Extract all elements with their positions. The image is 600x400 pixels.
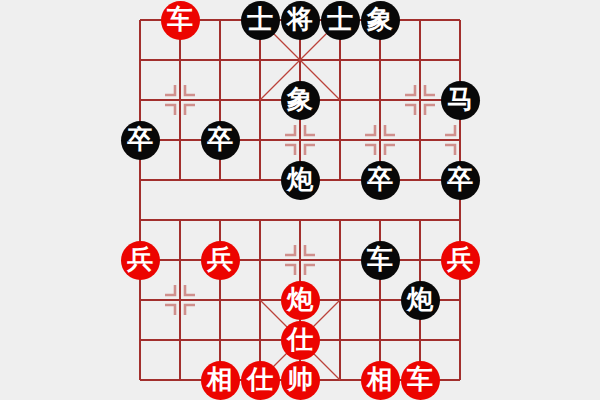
red-elephant-2[interactable]: 相 [361, 361, 400, 400]
black-soldier-1[interactable]: 卒 [121, 121, 160, 160]
red-chariot-2[interactable]: 车 [401, 361, 440, 400]
black-advisor-2[interactable]: 士 [321, 1, 360, 40]
black-soldier-3[interactable]: 卒 [361, 161, 400, 200]
red-advisor-2[interactable]: 仕 [241, 361, 280, 400]
black-advisor-1[interactable]: 士 [241, 1, 280, 40]
black-horse-1[interactable]: 马 [441, 81, 480, 120]
pieces-layer: 车士将士象象马卒卒炮卒卒兵兵车兵炮炮仕相仕帅相车 [120, 0, 480, 400]
black-elephant-2[interactable]: 象 [281, 81, 320, 120]
red-pawn-2[interactable]: 兵 [201, 241, 240, 280]
red-general[interactable]: 帅 [281, 361, 320, 400]
xiangqi-board: 车士将士象象马卒卒炮卒卒兵兵车兵炮炮仕相仕帅相车 [0, 0, 600, 400]
red-pawn-3[interactable]: 兵 [441, 241, 480, 280]
red-elephant-1[interactable]: 相 [201, 361, 240, 400]
black-chariot-1[interactable]: 车 [361, 241, 400, 280]
red-advisor-1[interactable]: 仕 [281, 321, 320, 360]
black-cannon-1[interactable]: 炮 [281, 161, 320, 200]
black-elephant-1[interactable]: 象 [361, 1, 400, 40]
red-chariot-1[interactable]: 车 [161, 1, 200, 40]
red-pawn-1[interactable]: 兵 [121, 241, 160, 280]
black-soldier-4[interactable]: 卒 [441, 161, 480, 200]
black-cannon-2[interactable]: 炮 [401, 281, 440, 320]
red-cannon-1[interactable]: 炮 [281, 281, 320, 320]
black-soldier-2[interactable]: 卒 [201, 121, 240, 160]
black-general[interactable]: 将 [281, 1, 320, 40]
